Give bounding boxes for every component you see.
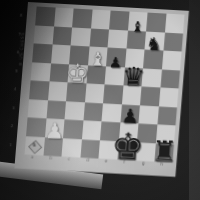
black-queen-f5[interactable]: ♛ bbox=[121, 64, 145, 90]
board-brand-text: ⊕ US CHESS bbox=[12, 14, 27, 84]
rank-label-5: 5 bbox=[15, 68, 18, 73]
black-pawn-f3[interactable]: ♟ bbox=[121, 107, 140, 127]
chess-board[interactable]: ⊕ US CHESS 12345678 abcdefgh ♞ ♝♞♝♟♚♛♟♟♚… bbox=[14, 2, 189, 177]
background-right-edge bbox=[189, 0, 200, 200]
white-pawn-b2[interactable]: ♟ bbox=[44, 120, 64, 142]
photo-stage: ⊕ US CHESS 12345678 abcdefgh ♞ ♝♞♝♟♚♛♟♟♚… bbox=[0, 0, 200, 200]
black-rook-h1[interactable]: ♜ bbox=[151, 138, 178, 167]
black-knight-g7[interactable]: ♞ bbox=[146, 35, 163, 53]
black-king-f1[interactable]: ♚ bbox=[110, 129, 145, 166]
rank-label-7: 7 bbox=[18, 31, 21, 36]
board-playing-area: ♞ ♝♞♝♟♚♛♟♟♚♜ bbox=[25, 6, 185, 162]
rank-label-2: 2 bbox=[11, 124, 14, 129]
white-bishop-d6[interactable]: ♝ bbox=[89, 50, 107, 69]
board-pieces: ♝♞♝♟♚♛♟♟♚♜ bbox=[25, 6, 185, 162]
rank-label-1: 1 bbox=[9, 142, 12, 147]
black-bishop-f8[interactable]: ♝ bbox=[131, 19, 145, 34]
black-pawn-e6[interactable]: ♟ bbox=[109, 55, 123, 70]
white-king-c5[interactable]: ♚ bbox=[65, 61, 89, 87]
rank-label-6: 6 bbox=[17, 50, 20, 55]
rank-label-8: 8 bbox=[20, 13, 23, 18]
rank-label-4: 4 bbox=[14, 87, 17, 92]
rank-label-3: 3 bbox=[12, 105, 15, 110]
